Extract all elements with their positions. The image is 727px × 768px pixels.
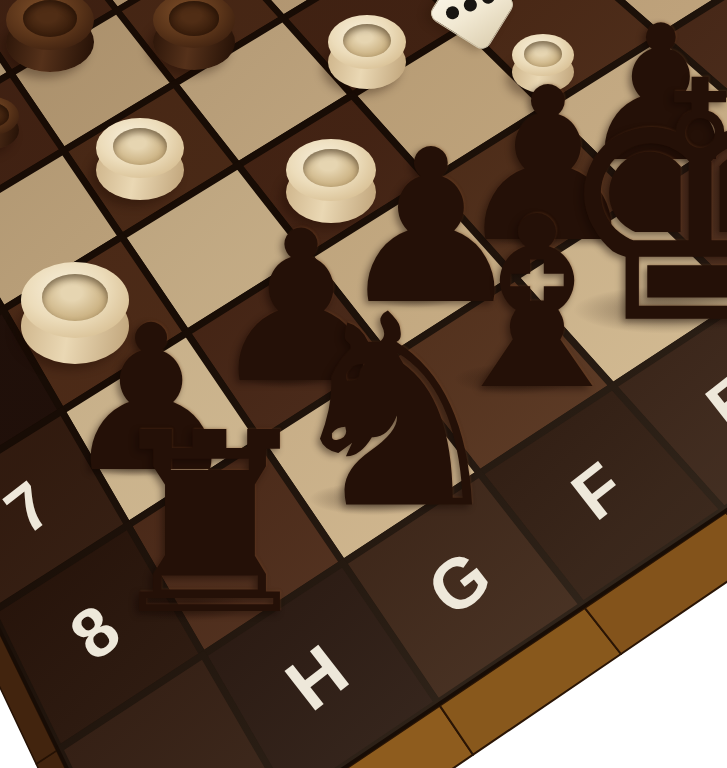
disc-recess: [113, 128, 168, 165]
draughts-disc-dark-h4[interactable]: [0, 97, 19, 149]
draughts-disc-cream-g5[interactable]: [96, 118, 184, 200]
disc-recess: [169, 1, 220, 36]
die-pip: [461, 0, 479, 14]
board-photo-scene: 87HGFE♟♟♟♚♟♝♟♞♜: [0, 0, 727, 768]
disc-recess: [343, 24, 391, 57]
die-pip: [443, 4, 461, 22]
disc-recess: [23, 0, 78, 37]
draughts-disc-cream-e5[interactable]: [328, 15, 406, 89]
die-pip: [480, 0, 498, 6]
piece-black-rook-h8[interactable]: ♜: [98, 400, 322, 650]
draughts-disc-dark-g3[interactable]: [6, 0, 94, 72]
draughts-disc-dark-f4[interactable]: [153, 0, 235, 70]
